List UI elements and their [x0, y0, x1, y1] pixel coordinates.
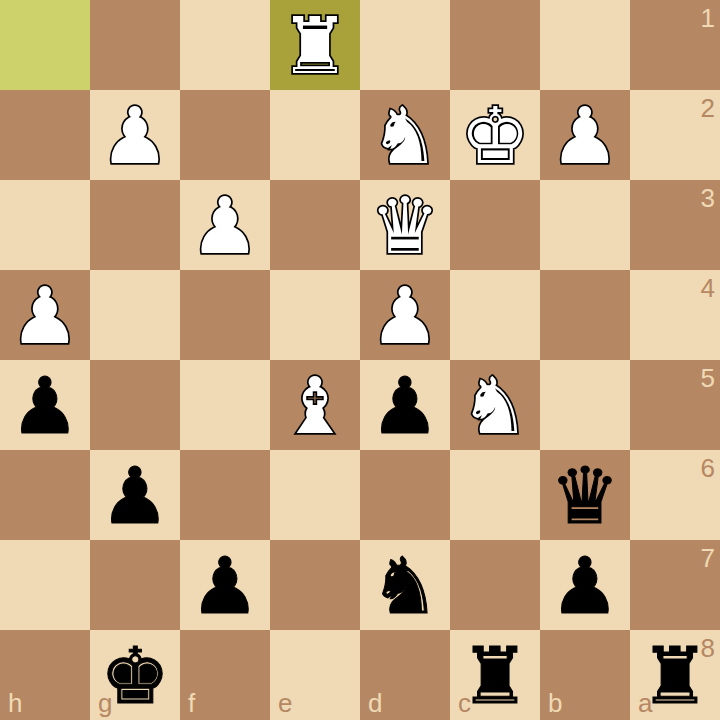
square-a8[interactable]: ♜8a	[630, 630, 720, 720]
square-a5[interactable]: 5	[630, 360, 720, 450]
square-b8[interactable]: b	[540, 630, 630, 720]
white-pawn[interactable]: ♟	[550, 97, 620, 175]
square-d7[interactable]: ♞	[360, 540, 450, 630]
square-e2[interactable]	[270, 90, 360, 180]
rank-label-6: 6	[701, 455, 715, 481]
square-d5[interactable]: ♟	[360, 360, 450, 450]
square-g7[interactable]	[90, 540, 180, 630]
square-h6[interactable]	[0, 450, 90, 540]
square-e7[interactable]	[270, 540, 360, 630]
black-pawn[interactable]: ♟	[370, 367, 440, 445]
file-label-h: h	[8, 690, 22, 716]
square-f3[interactable]: ♟	[180, 180, 270, 270]
square-b4[interactable]	[540, 270, 630, 360]
square-e5[interactable]: ♝	[270, 360, 360, 450]
square-a3[interactable]: 3	[630, 180, 720, 270]
rank-label-5: 5	[701, 365, 715, 391]
square-g1[interactable]	[90, 0, 180, 90]
square-g2[interactable]: ♟	[90, 90, 180, 180]
black-pawn[interactable]: ♟	[550, 547, 620, 625]
black-queen[interactable]: ♛	[550, 457, 620, 535]
square-c7[interactable]	[450, 540, 540, 630]
square-d2[interactable]: ♞	[360, 90, 450, 180]
rank-label-1: 1	[701, 5, 715, 31]
square-b7[interactable]: ♟	[540, 540, 630, 630]
square-f6[interactable]	[180, 450, 270, 540]
square-h1[interactable]	[0, 0, 90, 90]
square-c4[interactable]	[450, 270, 540, 360]
square-g3[interactable]	[90, 180, 180, 270]
black-rook[interactable]: ♜	[640, 637, 710, 715]
square-e1[interactable]: ♜	[270, 0, 360, 90]
white-pawn[interactable]: ♟	[10, 277, 80, 355]
white-bishop[interactable]: ♝	[280, 367, 350, 445]
white-knight[interactable]: ♞	[370, 97, 440, 175]
square-f2[interactable]	[180, 90, 270, 180]
square-d8[interactable]: d	[360, 630, 450, 720]
file-label-d: d	[368, 690, 382, 716]
square-d3[interactable]: ♛	[360, 180, 450, 270]
square-h2[interactable]	[0, 90, 90, 180]
square-e6[interactable]	[270, 450, 360, 540]
square-b2[interactable]: ♟	[540, 90, 630, 180]
square-c2[interactable]: ♚	[450, 90, 540, 180]
black-pawn[interactable]: ♟	[190, 547, 260, 625]
square-f4[interactable]	[180, 270, 270, 360]
square-f8[interactable]: f	[180, 630, 270, 720]
square-h8[interactable]: h	[0, 630, 90, 720]
file-label-e: e	[278, 690, 292, 716]
square-h4[interactable]: ♟	[0, 270, 90, 360]
white-knight[interactable]: ♞	[460, 367, 530, 445]
square-d1[interactable]	[360, 0, 450, 90]
square-b5[interactable]	[540, 360, 630, 450]
square-a1[interactable]: 1	[630, 0, 720, 90]
square-b3[interactable]	[540, 180, 630, 270]
white-rook[interactable]: ♜	[280, 7, 350, 85]
white-queen[interactable]: ♛	[370, 187, 440, 265]
square-g5[interactable]	[90, 360, 180, 450]
file-label-f: f	[188, 690, 195, 716]
square-g8[interactable]: ♚g	[90, 630, 180, 720]
square-a4[interactable]: 4	[630, 270, 720, 360]
white-king[interactable]: ♚	[460, 97, 530, 175]
square-f5[interactable]	[180, 360, 270, 450]
black-pawn[interactable]: ♟	[100, 457, 170, 535]
square-a7[interactable]: 7	[630, 540, 720, 630]
rank-label-2: 2	[701, 95, 715, 121]
square-c3[interactable]	[450, 180, 540, 270]
square-g4[interactable]	[90, 270, 180, 360]
square-h3[interactable]	[0, 180, 90, 270]
square-g6[interactable]: ♟	[90, 450, 180, 540]
square-d6[interactable]	[360, 450, 450, 540]
black-rook[interactable]: ♜	[460, 637, 530, 715]
square-h7[interactable]	[0, 540, 90, 630]
square-c1[interactable]	[450, 0, 540, 90]
square-f7[interactable]: ♟	[180, 540, 270, 630]
black-knight[interactable]: ♞	[370, 547, 440, 625]
white-pawn[interactable]: ♟	[190, 187, 260, 265]
black-king[interactable]: ♚	[100, 637, 170, 715]
square-d4[interactable]: ♟	[360, 270, 450, 360]
file-label-b: b	[548, 690, 562, 716]
rank-label-4: 4	[701, 275, 715, 301]
square-e8[interactable]: e	[270, 630, 360, 720]
square-f1[interactable]	[180, 0, 270, 90]
white-pawn[interactable]: ♟	[100, 97, 170, 175]
square-a6[interactable]: 6	[630, 450, 720, 540]
chess-board: ♜1♟♞♚♟2♟♛3♟♟4♟♝♟♞5♟♛6♟♞♟7h♚gfed♜cb♜8a	[0, 0, 720, 720]
square-c8[interactable]: ♜c	[450, 630, 540, 720]
white-pawn[interactable]: ♟	[370, 277, 440, 355]
square-c5[interactable]: ♞	[450, 360, 540, 450]
rank-label-7: 7	[701, 545, 715, 571]
square-b6[interactable]: ♛	[540, 450, 630, 540]
square-h5[interactable]: ♟	[0, 360, 90, 450]
square-c6[interactable]	[450, 450, 540, 540]
square-e3[interactable]	[270, 180, 360, 270]
black-pawn[interactable]: ♟	[10, 367, 80, 445]
rank-label-3: 3	[701, 185, 715, 211]
square-e4[interactable]	[270, 270, 360, 360]
square-a2[interactable]: 2	[630, 90, 720, 180]
square-b1[interactable]	[540, 0, 630, 90]
